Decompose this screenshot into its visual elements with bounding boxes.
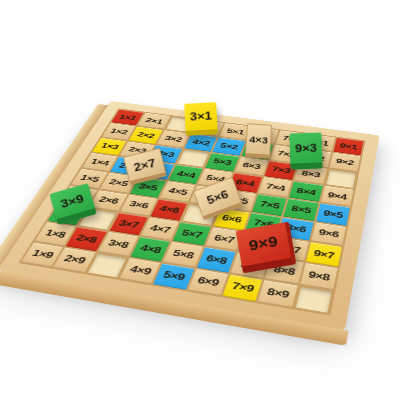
loose-block-label: 5×6 <box>205 188 230 207</box>
tile-7x9[interactable]: 7×9 <box>223 274 263 301</box>
tile-5x9[interactable]: 5×9 <box>153 263 194 289</box>
loose-block-4x3[interactable]: 4×3 <box>245 123 272 159</box>
tile-7x5[interactable]: 7×5 <box>252 194 287 215</box>
loose-block-label: 4×3 <box>249 134 268 145</box>
loose-block-label: 2×7 <box>132 156 156 173</box>
tile-6x9[interactable]: 6×9 <box>188 269 228 296</box>
tile-9x8[interactable]: 9×8 <box>300 263 338 289</box>
photo-canvas: 1×12×14×15×16×17×18×19×11×22×23×24×25×26… <box>0 0 416 416</box>
tile-8x9[interactable]: 8×9 <box>258 280 297 308</box>
tile-8x5[interactable]: 8×5 <box>284 199 318 221</box>
tile-5x7[interactable]: 5×7 <box>173 222 211 245</box>
empty-slot-9x9 <box>294 286 333 314</box>
tile-9x5[interactable]: 9×5 <box>316 203 350 225</box>
loose-block-label: 3×9 <box>59 192 85 211</box>
tile-6x8[interactable]: 6×8 <box>197 247 236 272</box>
tile-5x8[interactable]: 5×8 <box>163 242 202 267</box>
loose-block-9x3[interactable]: 9×3 <box>289 132 322 169</box>
loose-block-3x1[interactable]: 3×1 <box>184 102 218 136</box>
loose-block-label: 9×9 <box>248 234 279 255</box>
loose-block-label: 9×3 <box>295 141 317 154</box>
loose-block-label: 3×1 <box>190 110 213 123</box>
